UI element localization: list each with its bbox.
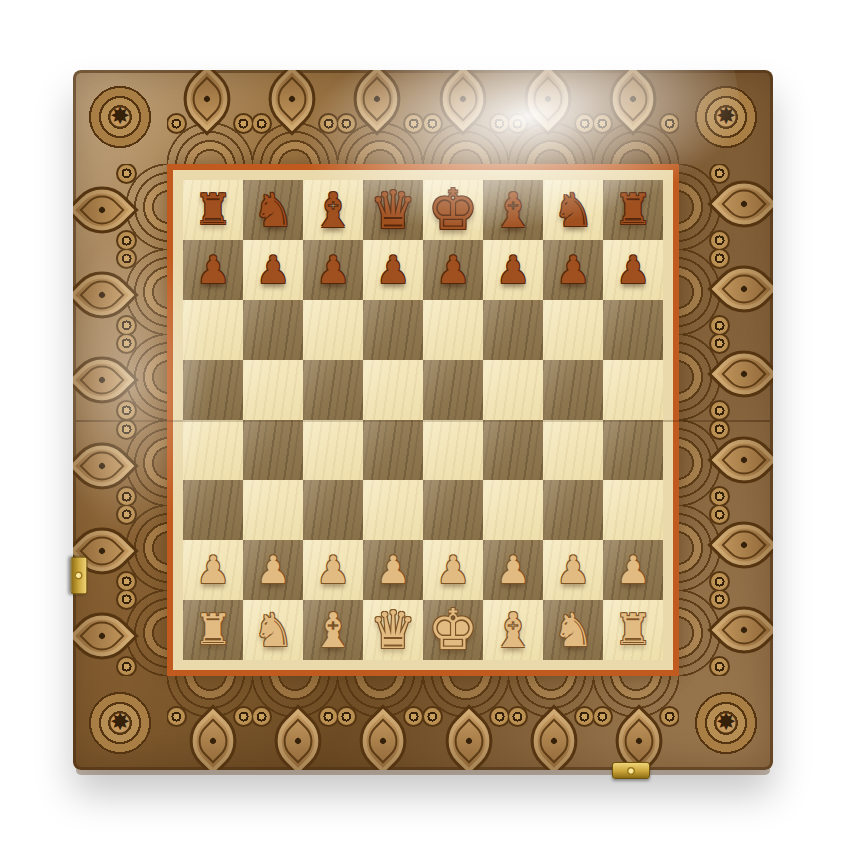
carved-leaf-motif-inner	[73, 335, 167, 420]
square-f1: ♝	[483, 600, 543, 660]
piece-black-pawn-b7: ♟	[256, 251, 290, 289]
square-a2: ♟	[183, 540, 243, 600]
rosette-icon: ✸	[679, 70, 773, 164]
piece-black-knight-g8: ♞	[552, 187, 593, 233]
square-c1: ♝	[303, 600, 363, 660]
spiral-dot-icon	[489, 113, 509, 134]
piece-black-pawn-h7: ♟	[616, 251, 650, 289]
square-h4	[603, 420, 663, 480]
piece-white-pawn-a2: ♟	[196, 551, 230, 589]
square-c7: ♟	[303, 240, 363, 300]
square-e3	[423, 480, 483, 540]
square-h8: ♜	[603, 180, 663, 240]
square-a6	[183, 300, 243, 360]
carved-leaf-motif-inner	[508, 70, 593, 164]
square-c3	[303, 480, 363, 540]
rosette-icon: ✸	[679, 676, 773, 770]
piece-white-knight-g1: ♞	[552, 607, 593, 653]
square-c2: ♟	[303, 540, 363, 600]
square-h6	[603, 300, 663, 360]
carved-leaf-motif-inner	[423, 676, 508, 770]
carved-leaf-motif	[679, 335, 773, 420]
spiral-dot-icon	[233, 113, 253, 134]
fold-seam	[76, 420, 770, 422]
square-b4	[243, 420, 303, 480]
square-d3	[363, 480, 423, 540]
square-e4	[423, 420, 483, 480]
piece-white-pawn-d2: ♟	[376, 551, 410, 589]
carved-leaf-motif	[508, 70, 593, 164]
square-e6	[423, 300, 483, 360]
square-a5	[183, 360, 243, 420]
carved-leaf-motif	[338, 70, 423, 164]
carved-leaf-motif	[679, 164, 773, 249]
square-a4	[183, 420, 243, 480]
spiral-dot-icon	[167, 113, 187, 134]
carved-leaf-motif-inner	[73, 420, 167, 505]
square-c8: ♝	[303, 180, 363, 240]
spiral-dot-icon	[594, 706, 614, 727]
spiral-dot-icon	[709, 315, 730, 335]
square-gloss	[423, 360, 483, 420]
carved-leaf-motif-inner	[167, 70, 252, 164]
carved-leaf-motif	[167, 70, 252, 164]
square-d7: ♟	[363, 240, 423, 300]
spiral-dot-icon	[116, 315, 137, 335]
piece-black-pawn-a7: ♟	[196, 251, 230, 289]
carved-leaf-motif-inner	[508, 676, 593, 770]
brass-latch	[612, 762, 650, 779]
piece-white-pawn-h2: ♟	[616, 551, 650, 589]
carved-leaf-motif-inner	[679, 249, 773, 334]
square-h2: ♟	[603, 540, 663, 600]
square-gloss	[183, 420, 243, 480]
square-gloss	[423, 480, 483, 540]
square-a7: ♟	[183, 240, 243, 300]
carved-leaf-motif-inner	[73, 164, 167, 249]
square-d2: ♟	[363, 540, 423, 600]
spiral-dot-icon	[116, 571, 137, 591]
square-gloss	[243, 480, 303, 540]
square-h7: ♟	[603, 240, 663, 300]
spiral-dot-icon	[574, 113, 594, 134]
spiral-dot-icon	[709, 335, 730, 355]
carved-leaf-motif	[423, 70, 508, 164]
square-g2: ♟	[543, 540, 603, 600]
carved-leaf-motif-inner	[423, 70, 508, 164]
square-e1: ♚	[423, 600, 483, 660]
square-b1: ♞	[243, 600, 303, 660]
carved-leaf-motif	[73, 591, 167, 676]
spiral-dot-icon	[489, 706, 509, 727]
spiral-dot-icon	[423, 113, 443, 134]
carved-leaf-motif-inner	[679, 335, 773, 420]
piece-black-pawn-e7: ♟	[436, 251, 470, 289]
square-g7: ♟	[543, 240, 603, 300]
square-e5	[423, 360, 483, 420]
spiral-dot-icon	[233, 706, 253, 727]
carved-leaf-motif-inner	[594, 70, 679, 164]
square-gloss	[543, 420, 603, 480]
carved-leaf-motif-inner	[252, 70, 337, 164]
spiral-dot-icon	[252, 706, 272, 727]
square-gloss	[543, 300, 603, 360]
piece-white-king-e1: ♚	[428, 602, 478, 658]
spiral-dot-icon	[709, 505, 730, 525]
piece-black-knight-b8: ♞	[252, 187, 293, 233]
carved-leaf-motif-inner	[679, 420, 773, 505]
carved-leaf-motif	[594, 676, 679, 770]
piece-black-rook-h8: ♜	[614, 189, 652, 231]
square-d5	[363, 360, 423, 420]
carved-leaf-motif-inner	[73, 591, 167, 676]
square-b5	[243, 360, 303, 420]
square-gloss	[483, 300, 543, 360]
carved-leaf-motif-inner	[679, 591, 773, 676]
star-icon: ✸	[110, 710, 130, 734]
square-e8: ♚	[423, 180, 483, 240]
square-c5	[303, 360, 363, 420]
square-e2: ♟	[423, 540, 483, 600]
carved-leaf-motif	[679, 249, 773, 334]
carved-frame-top	[167, 70, 679, 164]
piece-white-pawn-b2: ♟	[256, 551, 290, 589]
spiral-dot-icon	[659, 706, 679, 727]
spiral-dot-icon	[116, 420, 137, 440]
carved-leaf-motif-inner	[167, 676, 252, 770]
square-gloss	[543, 480, 603, 540]
carved-leaf-motif-inner	[679, 164, 773, 249]
square-a1: ♜	[183, 600, 243, 660]
square-f7: ♟	[483, 240, 543, 300]
square-gloss	[303, 360, 363, 420]
square-g8: ♞	[543, 180, 603, 240]
square-h1: ♜	[603, 600, 663, 660]
carved-leaf-motif	[594, 70, 679, 164]
carved-leaf-motif-inner	[679, 505, 773, 590]
square-gloss	[483, 420, 543, 480]
square-e7: ♟	[423, 240, 483, 300]
carved-leaf-motif-inner	[338, 70, 423, 164]
square-d6	[363, 300, 423, 360]
spiral-dot-icon	[709, 591, 730, 611]
piece-white-pawn-f2: ♟	[496, 551, 530, 589]
piece-white-rook-h1: ♜	[614, 609, 652, 651]
square-g3	[543, 480, 603, 540]
square-g6	[543, 300, 603, 360]
square-gloss	[303, 300, 363, 360]
piece-black-rook-a8: ♜	[194, 189, 232, 231]
square-gloss	[183, 360, 243, 420]
square-gloss	[483, 480, 543, 540]
square-h5	[603, 360, 663, 420]
carved-leaf-motif	[338, 676, 423, 770]
spiral-dot-icon	[709, 420, 730, 440]
carved-frame-bottom	[167, 676, 679, 770]
carved-leaf-motif	[73, 164, 167, 249]
square-f3	[483, 480, 543, 540]
carved-leaf-motif	[73, 420, 167, 505]
carved-leaf-motif-inner	[338, 676, 423, 770]
piece-white-rook-a1: ♜	[194, 609, 232, 651]
square-g5	[543, 360, 603, 420]
piece-white-bishop-f1: ♝	[491, 606, 534, 654]
spiral-dot-icon	[338, 706, 358, 727]
star-icon: ✸	[716, 104, 736, 128]
square-gloss	[543, 360, 603, 420]
carved-leaf-motif	[679, 505, 773, 590]
carved-leaf-motif-inner	[73, 249, 167, 334]
square-gloss	[603, 480, 663, 540]
spiral-dot-icon	[318, 113, 338, 134]
piece-white-pawn-c2: ♟	[316, 551, 350, 589]
piece-white-pawn-e2: ♟	[436, 551, 470, 589]
carved-leaf-motif	[679, 420, 773, 505]
carved-leaf-motif-inner	[252, 676, 337, 770]
piece-black-pawn-d7: ♟	[376, 251, 410, 289]
square-gloss	[603, 360, 663, 420]
square-h3	[603, 480, 663, 540]
square-b6	[243, 300, 303, 360]
square-gloss	[243, 360, 303, 420]
spiral-dot-icon	[403, 113, 423, 134]
square-a8: ♜	[183, 180, 243, 240]
square-gloss	[603, 300, 663, 360]
carved-leaf-motif-inner	[594, 676, 679, 770]
square-gloss	[363, 360, 423, 420]
square-f4	[483, 420, 543, 480]
spiral-dot-icon	[116, 656, 137, 676]
square-f6	[483, 300, 543, 360]
spiral-dot-icon	[116, 164, 137, 184]
square-gloss	[603, 420, 663, 480]
spiral-dot-icon	[709, 486, 730, 506]
rosette-icon: ✸	[73, 70, 167, 164]
piece-black-bishop-f8: ♝	[491, 186, 534, 234]
piece-black-king-e8: ♚	[428, 182, 478, 238]
spiral-dot-icon	[167, 706, 187, 727]
spiral-dot-icon	[116, 400, 137, 420]
spiral-dot-icon	[116, 486, 137, 506]
square-d8: ♛	[363, 180, 423, 240]
star-icon: ✸	[110, 104, 130, 128]
square-gloss	[423, 300, 483, 360]
carved-leaf-motif	[252, 70, 337, 164]
spiral-dot-icon	[508, 706, 528, 727]
spiral-dot-icon	[709, 571, 730, 591]
brass-latch	[71, 557, 88, 595]
carved-leaf-motif	[508, 676, 593, 770]
piece-black-pawn-c7: ♟	[316, 251, 350, 289]
spiral-dot-icon	[116, 230, 137, 250]
spiral-dot-icon	[709, 656, 730, 676]
piece-black-pawn-g7: ♟	[556, 251, 590, 289]
piece-white-pawn-g2: ♟	[556, 551, 590, 589]
square-d4	[363, 420, 423, 480]
square-gloss	[303, 420, 363, 480]
piece-white-queen-d1: ♛	[370, 604, 417, 656]
square-c4	[303, 420, 363, 480]
carved-leaf-motif	[423, 676, 508, 770]
square-d1: ♛	[363, 600, 423, 660]
piece-white-bishop-c1: ♝	[311, 606, 354, 654]
spiral-dot-icon	[659, 113, 679, 134]
rosette-icon: ✸	[73, 676, 167, 770]
square-gloss	[483, 360, 543, 420]
piece-black-bishop-c8: ♝	[311, 186, 354, 234]
piece-white-knight-b1: ♞	[252, 607, 293, 653]
square-gloss	[363, 300, 423, 360]
spiral-dot-icon	[423, 706, 443, 727]
spiral-dot-icon	[709, 164, 730, 184]
spiral-dot-icon	[318, 706, 338, 727]
carved-leaf-motif	[167, 676, 252, 770]
spiral-dot-icon	[574, 706, 594, 727]
square-b3	[243, 480, 303, 540]
square-gloss	[363, 480, 423, 540]
square-f2: ♟	[483, 540, 543, 600]
piece-black-pawn-f7: ♟	[496, 251, 530, 289]
square-gloss	[243, 420, 303, 480]
square-b8: ♞	[243, 180, 303, 240]
square-a3	[183, 480, 243, 540]
carved-leaf-motif	[679, 591, 773, 676]
square-gloss	[183, 480, 243, 540]
star-icon: ✸	[716, 710, 736, 734]
square-gloss	[363, 420, 423, 480]
square-g1: ♞	[543, 600, 603, 660]
square-f8: ♝	[483, 180, 543, 240]
square-b2: ♟	[243, 540, 303, 600]
square-gloss	[423, 420, 483, 480]
product-photo: ✸ ✸ ✸ ✸ ♜♞♝♛♚♝♞♜♟♟♟♟♟♟♟♟♟♟♟♟♟♟♟♟♜♞♝♛♚♝♞♜	[0, 0, 846, 846]
chess-box: ✸ ✸ ✸ ✸ ♜♞♝♛♚♝♞♜♟♟♟♟♟♟♟♟♟♟♟♟♟♟♟♟♜♞♝♛♚♝♞♜	[73, 70, 773, 770]
carved-leaf-motif	[73, 249, 167, 334]
spiral-dot-icon	[709, 249, 730, 269]
spiral-dot-icon	[403, 706, 423, 727]
square-gloss	[303, 480, 363, 540]
spiral-dot-icon	[709, 230, 730, 250]
square-gloss	[183, 300, 243, 360]
square-f5	[483, 360, 543, 420]
carved-leaf-motif	[252, 676, 337, 770]
carved-leaf-motif	[73, 335, 167, 420]
square-b7: ♟	[243, 240, 303, 300]
square-g4	[543, 420, 603, 480]
spiral-dot-icon	[709, 400, 730, 420]
square-c6	[303, 300, 363, 360]
square-gloss	[243, 300, 303, 360]
piece-black-queen-d8: ♛	[370, 184, 417, 236]
